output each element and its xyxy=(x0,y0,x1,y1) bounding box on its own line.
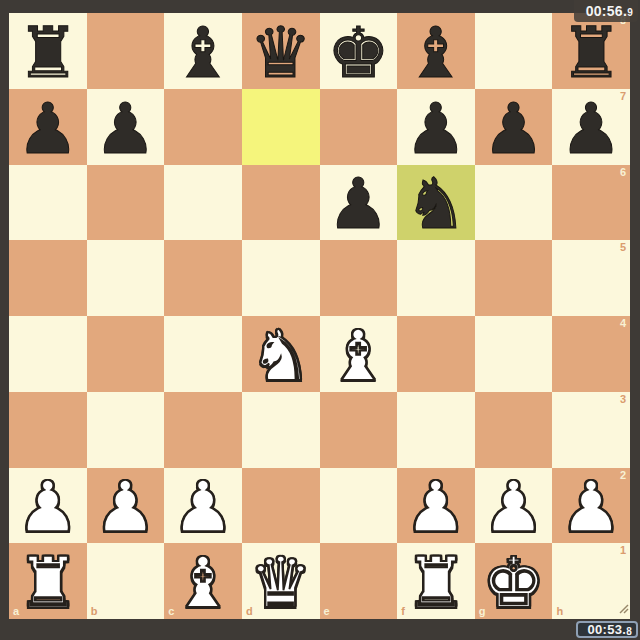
black-pawn[interactable]: ♟ xyxy=(482,94,545,164)
white-rook[interactable]: ♜ xyxy=(16,548,79,618)
rank-label-2: 2 xyxy=(620,470,626,481)
square-h7[interactable]: ♟7 xyxy=(552,89,630,165)
white-clock: 00:53.8 xyxy=(576,621,638,638)
square-b4[interactable] xyxy=(87,316,165,392)
square-h6[interactable]: 6 xyxy=(552,165,630,241)
black-bishop[interactable]: ♝ xyxy=(172,18,235,88)
square-h8[interactable]: ♜8 xyxy=(552,13,630,89)
square-g3[interactable] xyxy=(475,392,553,468)
square-f6[interactable]: ♞ xyxy=(397,165,475,241)
square-b1[interactable]: b xyxy=(87,543,165,619)
square-a1[interactable]: ♜a xyxy=(9,543,87,619)
black-rook[interactable]: ♜ xyxy=(560,18,623,88)
black-queen[interactable]: ♛ xyxy=(249,18,312,88)
black-pawn[interactable]: ♟ xyxy=(405,94,468,164)
square-e2[interactable] xyxy=(320,468,398,544)
file-label-d: d xyxy=(246,606,253,617)
square-d7[interactable] xyxy=(242,89,320,165)
square-g8[interactable] xyxy=(475,13,553,89)
square-a6[interactable] xyxy=(9,165,87,241)
square-f4[interactable] xyxy=(397,316,475,392)
white-rook[interactable]: ♜ xyxy=(405,548,468,618)
black-pawn[interactable]: ♟ xyxy=(327,169,390,239)
square-a7[interactable]: ♟ xyxy=(9,89,87,165)
white-knight[interactable]: ♞ xyxy=(249,321,312,391)
square-e8[interactable]: ♚ xyxy=(320,13,398,89)
square-c7[interactable] xyxy=(164,89,242,165)
square-c1[interactable]: ♝c xyxy=(164,543,242,619)
square-g6[interactable] xyxy=(475,165,553,241)
square-f3[interactable] xyxy=(397,392,475,468)
white-bishop[interactable]: ♝ xyxy=(172,548,235,618)
square-f5[interactable] xyxy=(397,240,475,316)
square-a3[interactable] xyxy=(9,392,87,468)
square-c3[interactable] xyxy=(164,392,242,468)
black-king[interactable]: ♚ xyxy=(327,18,390,88)
white-clock-time: 00:53. xyxy=(587,622,626,637)
file-label-h: h xyxy=(556,606,563,617)
square-a4[interactable] xyxy=(9,316,87,392)
square-c2[interactable]: ♟ xyxy=(164,468,242,544)
square-h3[interactable]: 3 xyxy=(552,392,630,468)
square-h1[interactable]: 1h xyxy=(552,543,630,619)
square-b5[interactable] xyxy=(87,240,165,316)
rank-label-4: 4 xyxy=(620,318,626,329)
square-b3[interactable] xyxy=(87,392,165,468)
square-g5[interactable] xyxy=(475,240,553,316)
square-g4[interactable] xyxy=(475,316,553,392)
square-a2[interactable]: ♟ xyxy=(9,468,87,544)
square-e3[interactable] xyxy=(320,392,398,468)
square-e1[interactable]: e xyxy=(320,543,398,619)
rank-label-6: 6 xyxy=(620,167,626,178)
square-g2[interactable]: ♟ xyxy=(475,468,553,544)
white-queen[interactable]: ♛ xyxy=(249,548,312,618)
square-g1[interactable]: ♚g xyxy=(475,543,553,619)
white-pawn[interactable]: ♟ xyxy=(482,472,545,542)
square-a5[interactable] xyxy=(9,240,87,316)
square-f8[interactable]: ♝ xyxy=(397,13,475,89)
square-d2[interactable] xyxy=(242,468,320,544)
square-f1[interactable]: ♜f xyxy=(397,543,475,619)
square-e5[interactable] xyxy=(320,240,398,316)
black-pawn[interactable]: ♟ xyxy=(94,94,157,164)
rank-label-5: 5 xyxy=(620,242,626,253)
square-g7[interactable]: ♟ xyxy=(475,89,553,165)
square-b2[interactable]: ♟ xyxy=(87,468,165,544)
white-king[interactable]: ♚ xyxy=(482,548,545,618)
black-knight[interactable]: ♞ xyxy=(405,169,468,239)
file-label-c: c xyxy=(168,606,174,617)
rank-label-7: 7 xyxy=(620,91,626,102)
file-label-g: g xyxy=(479,606,486,617)
black-clock-tenths: 9 xyxy=(627,4,633,18)
white-bishop[interactable]: ♝ xyxy=(327,321,390,391)
chess-board: ♜♝♛♚♝♜8♟♟♟♟♟7♟♞65♞♝43♟♟♟♟♟♟2♜ab♝c♛de♜f♚g… xyxy=(9,13,630,619)
square-b8[interactable] xyxy=(87,13,165,89)
file-label-f: f xyxy=(401,606,405,617)
file-label-e: e xyxy=(324,606,330,617)
square-c8[interactable]: ♝ xyxy=(164,13,242,89)
black-clock: 00:56.9 xyxy=(574,0,638,22)
white-pawn[interactable]: ♟ xyxy=(16,472,79,542)
rank-label-3: 3 xyxy=(620,394,626,405)
white-clock-tenths: 8 xyxy=(626,623,632,637)
white-pawn[interactable]: ♟ xyxy=(405,472,468,542)
black-bishop[interactable]: ♝ xyxy=(405,18,468,88)
square-e6[interactable]: ♟ xyxy=(320,165,398,241)
square-a8[interactable]: ♜ xyxy=(9,13,87,89)
square-b6[interactable] xyxy=(87,165,165,241)
square-f7[interactable]: ♟ xyxy=(397,89,475,165)
square-e7[interactable] xyxy=(320,89,398,165)
square-d3[interactable] xyxy=(242,392,320,468)
square-c4[interactable] xyxy=(164,316,242,392)
board-resize-handle[interactable] xyxy=(617,600,629,618)
square-e4[interactable]: ♝ xyxy=(320,316,398,392)
white-pawn[interactable]: ♟ xyxy=(172,472,235,542)
square-h5[interactable]: 5 xyxy=(552,240,630,316)
rank-label-1: 1 xyxy=(620,545,626,556)
square-d5[interactable] xyxy=(242,240,320,316)
file-label-b: b xyxy=(91,606,98,617)
white-pawn[interactable]: ♟ xyxy=(94,472,157,542)
white-pawn[interactable]: ♟ xyxy=(560,472,623,542)
square-d6[interactable] xyxy=(242,165,320,241)
square-d4[interactable]: ♞ xyxy=(242,316,320,392)
square-b7[interactable]: ♟ xyxy=(87,89,165,165)
square-c6[interactable] xyxy=(164,165,242,241)
square-h2[interactable]: ♟2 xyxy=(552,468,630,544)
file-label-a: a xyxy=(13,606,19,617)
black-clock-time: 00:56. xyxy=(586,3,628,19)
square-d8[interactable]: ♛ xyxy=(242,13,320,89)
square-f2[interactable]: ♟ xyxy=(397,468,475,544)
black-pawn[interactable]: ♟ xyxy=(16,94,79,164)
black-pawn[interactable]: ♟ xyxy=(560,94,623,164)
black-rook[interactable]: ♜ xyxy=(16,18,79,88)
square-c5[interactable] xyxy=(164,240,242,316)
square-d1[interactable]: ♛d xyxy=(242,543,320,619)
square-h4[interactable]: 4 xyxy=(552,316,630,392)
